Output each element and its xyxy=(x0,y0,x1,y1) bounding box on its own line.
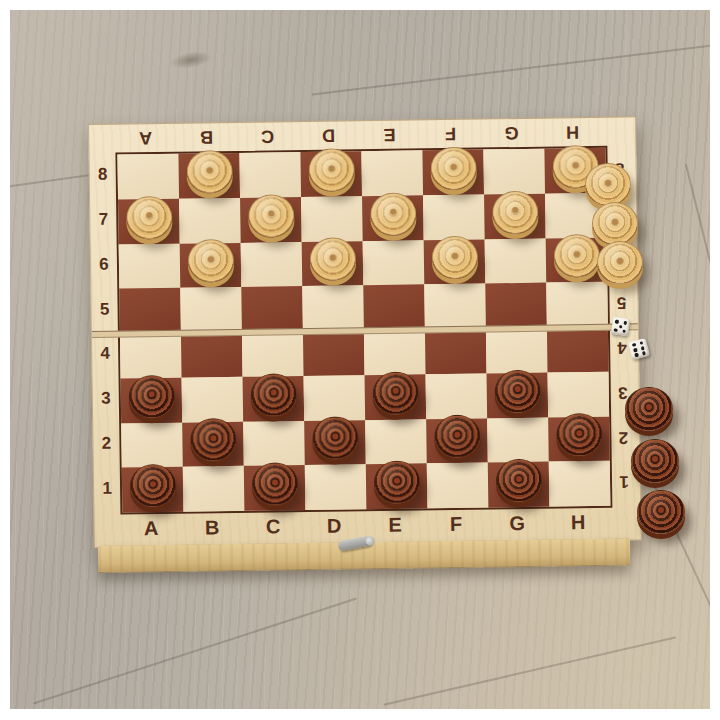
file-label-bottom-B: B xyxy=(181,509,242,546)
square-e4[interactable] xyxy=(364,329,426,375)
square-c2[interactable] xyxy=(243,421,305,467)
die-pip xyxy=(615,320,619,324)
checker-light-e7[interactable] xyxy=(369,192,416,236)
file-label-top-D: D xyxy=(298,121,359,150)
square-g6[interactable] xyxy=(485,238,547,284)
square-b2[interactable] xyxy=(182,421,244,467)
die-1-showing-5[interactable] xyxy=(611,317,630,336)
square-c8[interactable] xyxy=(239,152,301,198)
rank-label-left-1: 1 xyxy=(94,466,121,511)
wood-crack xyxy=(384,636,677,705)
offboard-checker-dark-3[interactable] xyxy=(637,490,685,534)
square-b5[interactable] xyxy=(180,287,242,333)
offboard-checker-light-3[interactable] xyxy=(597,241,643,284)
rank-label-left-3: 3 xyxy=(93,376,120,421)
square-g2[interactable] xyxy=(487,417,549,463)
square-f4[interactable] xyxy=(425,328,487,374)
wood-table-background: ABCDEFGH ABCDEFGH 87654321 87654321 xyxy=(10,10,710,709)
offboard-checker-dark-2[interactable] xyxy=(631,439,679,483)
file-label-top-B: B xyxy=(176,123,237,152)
file-labels-bottom: ABCDEFGH xyxy=(120,504,608,547)
file-label-top-A: A xyxy=(115,124,176,153)
rank-label-left-2: 2 xyxy=(93,421,120,466)
checker-light-f8[interactable] xyxy=(430,146,477,190)
checker-light-d6[interactable] xyxy=(309,238,356,282)
square-d3[interactable] xyxy=(304,375,366,421)
die-pip xyxy=(642,351,646,355)
square-d5[interactable] xyxy=(302,285,364,331)
die-pip xyxy=(635,353,639,357)
checker-dark-a1[interactable] xyxy=(129,464,176,508)
die-pip xyxy=(639,341,643,345)
checker-dark-c3[interactable] xyxy=(250,373,297,417)
checker-light-d8[interactable] xyxy=(308,148,355,192)
square-a1[interactable] xyxy=(122,467,184,513)
rank-label-left-7: 7 xyxy=(90,197,117,242)
square-h3[interactable] xyxy=(548,372,610,418)
square-b4[interactable] xyxy=(181,332,243,378)
square-d1[interactable] xyxy=(305,464,367,510)
square-b1[interactable] xyxy=(183,466,245,512)
square-d4[interactable] xyxy=(303,330,365,376)
checker-dark-f2[interactable] xyxy=(434,415,481,459)
checker-dark-b2[interactable] xyxy=(190,418,237,462)
die-pip xyxy=(640,346,644,350)
rank-label-left-5: 5 xyxy=(91,287,118,332)
die-pip xyxy=(614,328,618,332)
checker-light-a7[interactable] xyxy=(126,195,173,239)
square-h2[interactable] xyxy=(548,416,610,462)
checker-dark-h2[interactable] xyxy=(556,413,603,457)
file-label-bottom-C: C xyxy=(242,508,303,545)
checker-light-h6[interactable] xyxy=(553,234,600,278)
square-f3[interactable] xyxy=(426,373,488,419)
square-f8[interactable] xyxy=(422,149,484,195)
square-a7[interactable] xyxy=(118,198,180,244)
file-label-top-F: F xyxy=(420,120,481,149)
square-e6[interactable] xyxy=(363,240,425,286)
checker-dark-a3[interactable] xyxy=(128,374,175,418)
die-pip xyxy=(622,329,626,333)
file-label-top-G: G xyxy=(481,119,542,148)
file-label-top-C: C xyxy=(237,122,298,151)
rank-label-left-8: 8 xyxy=(89,153,116,198)
file-label-bottom-D: D xyxy=(303,507,364,544)
die-2-showing-6[interactable] xyxy=(628,338,650,360)
rank-label-left-6: 6 xyxy=(91,242,118,287)
square-d7[interactable] xyxy=(301,196,363,242)
square-c1[interactable] xyxy=(244,465,306,511)
square-a3[interactable] xyxy=(121,377,183,423)
square-g5[interactable] xyxy=(485,283,547,329)
checker-light-f6[interactable] xyxy=(431,236,478,280)
square-b3[interactable] xyxy=(182,377,244,423)
die-pip xyxy=(633,348,637,352)
board-frame: ABCDEFGH ABCDEFGH 87654321 87654321 xyxy=(88,116,642,548)
square-f1[interactable] xyxy=(427,463,489,509)
square-g8[interactable] xyxy=(483,149,545,195)
square-a6[interactable] xyxy=(119,243,181,289)
checker-light-b8[interactable] xyxy=(186,150,233,194)
checker-dark-c1[interactable] xyxy=(251,462,298,506)
file-label-top-E: E xyxy=(359,120,420,149)
offboard-checker-dark-1[interactable] xyxy=(625,387,673,431)
square-h5[interactable] xyxy=(546,282,608,328)
square-g7[interactable] xyxy=(484,193,546,239)
square-g1[interactable] xyxy=(488,462,550,508)
square-f5[interactable] xyxy=(424,284,486,330)
square-d8[interactable] xyxy=(300,151,362,197)
square-e1[interactable] xyxy=(366,464,428,510)
square-a2[interactable] xyxy=(121,422,183,468)
square-c7[interactable] xyxy=(240,197,302,243)
square-d6[interactable] xyxy=(302,241,364,287)
checker-dark-e1[interactable] xyxy=(373,461,420,505)
square-a5[interactable] xyxy=(119,288,181,334)
square-b6[interactable] xyxy=(180,242,242,288)
file-label-bottom-E: E xyxy=(364,506,425,543)
square-g3[interactable] xyxy=(487,372,549,418)
file-label-bottom-G: G xyxy=(486,505,547,542)
square-f2[interactable] xyxy=(426,418,488,464)
file-label-bottom-H: H xyxy=(547,504,608,541)
square-c4[interactable] xyxy=(242,331,304,377)
wood-crack xyxy=(685,164,710,359)
rank-label-left-4: 4 xyxy=(92,332,119,377)
checker-dark-e3[interactable] xyxy=(372,371,419,415)
die-pip xyxy=(619,325,623,329)
square-h1[interactable] xyxy=(549,461,611,507)
square-c6[interactable] xyxy=(241,242,303,288)
square-h4[interactable] xyxy=(547,327,609,373)
square-g4[interactable] xyxy=(486,328,548,374)
die-pip xyxy=(632,343,636,347)
offboard-checker-light-1[interactable] xyxy=(585,163,631,206)
checker-dark-d2[interactable] xyxy=(312,417,359,461)
square-a8[interactable] xyxy=(117,154,179,200)
checker-dark-g1[interactable] xyxy=(495,459,542,503)
file-label-bottom-A: A xyxy=(120,510,181,547)
file-label-top-H: H xyxy=(542,118,603,147)
square-e2[interactable] xyxy=(365,419,427,465)
checker-light-c7[interactable] xyxy=(247,194,294,238)
square-e5[interactable] xyxy=(363,285,425,331)
wood-crack xyxy=(311,42,710,95)
square-c3[interactable] xyxy=(243,376,305,422)
wood-crack xyxy=(33,598,357,705)
offboard-checker-light-2[interactable] xyxy=(592,202,638,245)
die-pip xyxy=(623,321,627,325)
square-b7[interactable] xyxy=(179,198,241,244)
square-e3[interactable] xyxy=(365,374,427,420)
file-label-bottom-F: F xyxy=(425,505,486,542)
checker-light-b6[interactable] xyxy=(187,239,234,283)
square-d2[interactable] xyxy=(304,420,366,466)
checker-dark-g3[interactable] xyxy=(494,369,541,413)
square-b8[interactable] xyxy=(178,153,240,199)
square-c5[interactable] xyxy=(241,286,303,332)
square-e7[interactable] xyxy=(362,195,424,241)
square-f7[interactable] xyxy=(423,194,485,240)
square-f6[interactable] xyxy=(424,239,486,285)
square-a4[interactable] xyxy=(120,333,182,379)
wood-knot xyxy=(169,48,213,71)
checker-light-g7[interactable] xyxy=(491,190,538,234)
square-e8[interactable] xyxy=(361,150,423,196)
